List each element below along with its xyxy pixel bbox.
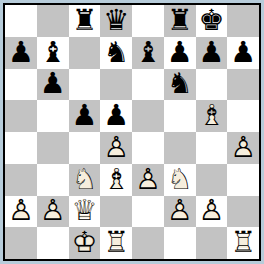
piece-black-pawn[interactable]: ♟ — [164, 37, 196, 69]
black-piece-body: ♟ — [8, 38, 34, 67]
square-h5[interactable] — [227, 100, 259, 132]
square-g6[interactable] — [196, 69, 228, 101]
white-piece-outline: ♕ — [71, 196, 97, 225]
square-c6[interactable] — [69, 69, 101, 101]
square-h6[interactable] — [227, 69, 259, 101]
piece-white-queen[interactable]: ♛♕ — [69, 196, 101, 228]
black-piece-body: ♜ — [167, 6, 193, 35]
square-h4[interactable]: ♟♙ — [227, 132, 259, 164]
square-c3[interactable]: ♞♘ — [69, 164, 101, 196]
square-g1[interactable] — [196, 227, 228, 259]
square-c5[interactable]: ♟ — [69, 100, 101, 132]
square-e1[interactable] — [132, 227, 164, 259]
diagram-frame: ♜♛♜♚♟♝♞♝♟♟♟♟♞♟♟♝♗♟♙♟♙♞♘♝♗♟♙♞♘♟♙♟♙♛♕♟♙♟♙♚… — [3, 3, 261, 261]
piece-white-knight[interactable]: ♞♘ — [164, 164, 196, 196]
square-a3[interactable] — [5, 164, 37, 196]
piece-black-pawn[interactable]: ♟ — [5, 37, 37, 69]
piece-white-king[interactable]: ♚♔ — [69, 227, 101, 259]
square-h3[interactable] — [227, 164, 259, 196]
black-piece-body: ♟ — [103, 101, 129, 130]
square-d8[interactable]: ♛ — [100, 5, 132, 37]
square-f3[interactable]: ♞♘ — [164, 164, 196, 196]
white-piece-outline: ♖ — [103, 228, 129, 257]
piece-white-rook[interactable]: ♜♖ — [227, 227, 259, 259]
square-b1[interactable] — [37, 227, 69, 259]
white-piece-outline: ♖ — [230, 228, 256, 257]
square-c8[interactable]: ♜ — [69, 5, 101, 37]
white-piece-outline: ♙ — [8, 196, 34, 225]
square-d6[interactable] — [100, 69, 132, 101]
square-c4[interactable] — [69, 132, 101, 164]
square-f7[interactable]: ♟ — [164, 37, 196, 69]
white-piece-outline: ♙ — [40, 196, 66, 225]
piece-white-pawn[interactable]: ♟♙ — [37, 196, 69, 228]
black-piece-body: ♟ — [230, 38, 256, 67]
piece-black-king[interactable]: ♚ — [196, 5, 228, 37]
square-b5[interactable] — [37, 100, 69, 132]
square-g3[interactable] — [196, 164, 228, 196]
square-e3[interactable]: ♟♙ — [132, 164, 164, 196]
piece-black-pawn[interactable]: ♟ — [69, 100, 101, 132]
square-a2[interactable]: ♟♙ — [5, 196, 37, 228]
piece-black-knight[interactable]: ♞ — [100, 37, 132, 69]
piece-black-pawn[interactable]: ♟ — [100, 100, 132, 132]
white-piece-outline: ♙ — [230, 133, 256, 162]
white-piece-outline: ♙ — [167, 196, 193, 225]
square-b2[interactable]: ♟♙ — [37, 196, 69, 228]
square-d4[interactable]: ♟♙ — [100, 132, 132, 164]
square-b6[interactable]: ♟ — [37, 69, 69, 101]
piece-black-pawn[interactable]: ♟ — [196, 37, 228, 69]
square-c7[interactable] — [69, 37, 101, 69]
square-d2[interactable] — [100, 196, 132, 228]
square-f5[interactable] — [164, 100, 196, 132]
square-a1[interactable] — [5, 227, 37, 259]
square-g4[interactable] — [196, 132, 228, 164]
square-b8[interactable] — [37, 5, 69, 37]
piece-black-rook[interactable]: ♜ — [69, 5, 101, 37]
square-d5[interactable]: ♟ — [100, 100, 132, 132]
square-h7[interactable]: ♟ — [227, 37, 259, 69]
black-piece-body: ♞ — [103, 38, 129, 67]
piece-white-pawn[interactable]: ♟♙ — [196, 196, 228, 228]
square-f6[interactable]: ♞ — [164, 69, 196, 101]
black-piece-body: ♝ — [40, 38, 66, 67]
square-e5[interactable] — [132, 100, 164, 132]
black-piece-body: ♞ — [167, 69, 193, 98]
piece-white-rook[interactable]: ♜♖ — [100, 227, 132, 259]
square-e4[interactable] — [132, 132, 164, 164]
square-f4[interactable] — [164, 132, 196, 164]
piece-white-pawn[interactable]: ♟♙ — [5, 196, 37, 228]
square-h2[interactable] — [227, 196, 259, 228]
white-piece-outline: ♔ — [71, 228, 97, 257]
square-e6[interactable] — [132, 69, 164, 101]
piece-white-pawn[interactable]: ♟♙ — [100, 132, 132, 164]
chess-board: ♜♛♜♚♟♝♞♝♟♟♟♟♞♟♟♝♗♟♙♟♙♞♘♝♗♟♙♞♘♟♙♟♙♛♕♟♙♟♙♚… — [5, 5, 259, 259]
black-piece-body: ♟ — [167, 38, 193, 67]
square-b3[interactable] — [37, 164, 69, 196]
square-d3[interactable]: ♝♗ — [100, 164, 132, 196]
square-h8[interactable] — [227, 5, 259, 37]
black-piece-body: ♛ — [103, 6, 129, 35]
piece-white-pawn[interactable]: ♟♙ — [164, 196, 196, 228]
white-piece-outline: ♙ — [103, 133, 129, 162]
square-h1[interactable]: ♜♖ — [227, 227, 259, 259]
white-piece-outline: ♘ — [71, 165, 97, 194]
square-c2[interactable]: ♛♕ — [69, 196, 101, 228]
piece-black-queen[interactable]: ♛ — [100, 5, 132, 37]
square-g8[interactable]: ♚ — [196, 5, 228, 37]
piece-white-pawn[interactable]: ♟♙ — [132, 164, 164, 196]
black-piece-body: ♜ — [71, 6, 97, 35]
square-c1[interactable]: ♚♔ — [69, 227, 101, 259]
square-e8[interactable] — [132, 5, 164, 37]
square-b4[interactable] — [37, 132, 69, 164]
white-piece-outline: ♙ — [135, 165, 161, 194]
white-piece-outline: ♙ — [198, 196, 224, 225]
black-piece-body: ♝ — [135, 38, 161, 67]
white-piece-outline: ♗ — [103, 165, 129, 194]
black-piece-body: ♚ — [198, 6, 224, 35]
square-b7[interactable]: ♝ — [37, 37, 69, 69]
black-piece-body: ♟ — [40, 69, 66, 98]
piece-black-knight[interactable]: ♞ — [164, 69, 196, 101]
square-a8[interactable] — [5, 5, 37, 37]
piece-black-bishop[interactable]: ♝ — [37, 37, 69, 69]
square-a6[interactable] — [5, 69, 37, 101]
piece-black-pawn[interactable]: ♟ — [37, 69, 69, 101]
square-g2[interactable]: ♟♙ — [196, 196, 228, 228]
square-e7[interactable]: ♝ — [132, 37, 164, 69]
square-f2[interactable]: ♟♙ — [164, 196, 196, 228]
square-a7[interactable]: ♟ — [5, 37, 37, 69]
piece-white-bishop[interactable]: ♝♗ — [100, 164, 132, 196]
piece-black-pawn[interactable]: ♟ — [227, 37, 259, 69]
white-piece-outline: ♘ — [167, 165, 193, 194]
piece-black-rook[interactable]: ♜ — [164, 5, 196, 37]
piece-black-bishop[interactable]: ♝ — [132, 37, 164, 69]
piece-white-knight[interactable]: ♞♘ — [69, 164, 101, 196]
square-d1[interactable]: ♜♖ — [100, 227, 132, 259]
white-piece-outline: ♗ — [198, 101, 224, 130]
black-piece-body: ♟ — [198, 38, 224, 67]
square-g5[interactable]: ♝♗ — [196, 100, 228, 132]
square-f8[interactable]: ♜ — [164, 5, 196, 37]
piece-white-bishop[interactable]: ♝♗ — [196, 100, 228, 132]
square-d7[interactable]: ♞ — [100, 37, 132, 69]
black-piece-body: ♟ — [71, 101, 97, 130]
piece-white-pawn[interactable]: ♟♙ — [227, 132, 259, 164]
square-g7[interactable]: ♟ — [196, 37, 228, 69]
square-f1[interactable] — [164, 227, 196, 259]
square-a5[interactable] — [5, 100, 37, 132]
square-a4[interactable] — [5, 132, 37, 164]
square-e2[interactable] — [132, 196, 164, 228]
